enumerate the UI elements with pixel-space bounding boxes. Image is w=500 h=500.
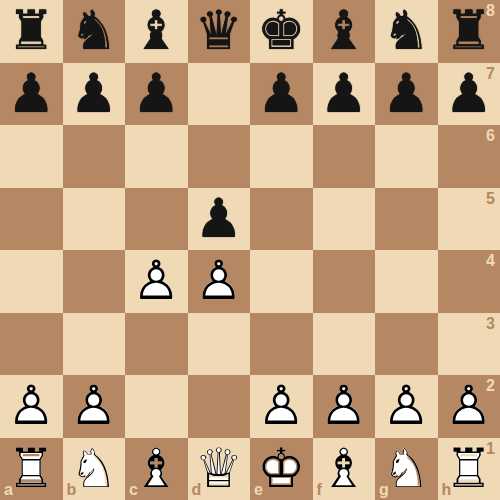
black-pawn-glyph: ♟ — [70, 63, 118, 126]
white-pawn-h2[interactable]: ♟♙ — [438, 375, 500, 438]
rank-label-5: 5 — [486, 191, 495, 207]
white-pawn-a2[interactable]: ♟♙ — [0, 375, 63, 438]
black-pawn-glyph: ♟ — [382, 63, 430, 126]
square-e8[interactable]: ♚ — [250, 0, 313, 63]
chess-board-container: ♜♞♝♛♚♝♞♜8♟♟♟♟♟♟♟76♟5♟♙♟♙43♟♙♟♙♟♙♟♙♟♙♟♙2♜… — [0, 0, 500, 500]
black-pawn-h7[interactable]: ♟ — [438, 63, 500, 126]
black-knight-g8[interactable]: ♞ — [375, 0, 438, 63]
square-c2[interactable] — [125, 375, 188, 438]
black-knight-glyph: ♞ — [70, 0, 118, 63]
square-f5[interactable] — [313, 188, 376, 251]
square-f7[interactable]: ♟ — [313, 63, 376, 126]
square-d2[interactable] — [188, 375, 251, 438]
square-f3[interactable] — [313, 313, 376, 376]
square-d6[interactable] — [188, 125, 251, 188]
square-e4[interactable] — [250, 250, 313, 313]
square-b4[interactable] — [63, 250, 126, 313]
square-a8[interactable]: ♜ — [0, 0, 63, 63]
square-c1[interactable]: ♝♗c — [125, 438, 188, 500]
white-knight-g1[interactable]: ♞♘ — [375, 438, 438, 500]
black-king-glyph: ♚ — [257, 0, 305, 63]
square-g8[interactable]: ♞ — [375, 0, 438, 63]
white-bishop-f1[interactable]: ♝♗ — [313, 438, 376, 500]
square-h6[interactable]: 6 — [438, 125, 500, 188]
white-bishop-outline-glyph: ♗ — [320, 438, 368, 500]
square-e5[interactable] — [250, 188, 313, 251]
black-bishop-glyph: ♝ — [132, 0, 180, 63]
square-f4[interactable] — [313, 250, 376, 313]
square-d8[interactable]: ♛ — [188, 0, 251, 63]
square-g6[interactable] — [375, 125, 438, 188]
white-rook-a1[interactable]: ♜♖ — [0, 438, 63, 500]
square-g2[interactable]: ♟♙ — [375, 375, 438, 438]
rank-label-6: 6 — [486, 128, 495, 144]
black-pawn-glyph: ♟ — [195, 188, 243, 251]
black-pawn-c7[interactable]: ♟ — [125, 63, 188, 126]
square-g3[interactable] — [375, 313, 438, 376]
square-a3[interactable] — [0, 313, 63, 376]
white-pawn-d4[interactable]: ♟♙ — [188, 250, 251, 313]
black-pawn-d5[interactable]: ♟ — [188, 188, 251, 251]
square-e6[interactable] — [250, 125, 313, 188]
white-pawn-outline-glyph: ♙ — [320, 375, 368, 438]
black-pawn-glyph: ♟ — [320, 63, 368, 126]
black-pawn-glyph: ♟ — [445, 63, 493, 126]
white-pawn-c4[interactable]: ♟♙ — [125, 250, 188, 313]
white-rook-outline-glyph: ♖ — [445, 438, 493, 500]
square-h2[interactable]: ♟♙2 — [438, 375, 500, 438]
white-knight-b1[interactable]: ♞♘ — [63, 438, 126, 500]
square-e1[interactable]: ♚♔e — [250, 438, 313, 500]
square-a5[interactable] — [0, 188, 63, 251]
square-e3[interactable] — [250, 313, 313, 376]
white-pawn-outline-glyph: ♙ — [382, 375, 430, 438]
black-knight-glyph: ♞ — [382, 0, 430, 63]
square-b5[interactable] — [63, 188, 126, 251]
square-a6[interactable] — [0, 125, 63, 188]
square-g5[interactable] — [375, 188, 438, 251]
square-c5[interactable] — [125, 188, 188, 251]
square-h1[interactable]: ♜♖1h — [438, 438, 500, 500]
white-pawn-b2[interactable]: ♟♙ — [63, 375, 126, 438]
square-d3[interactable] — [188, 313, 251, 376]
white-bishop-outline-glyph: ♗ — [132, 438, 180, 500]
white-pawn-e2[interactable]: ♟♙ — [250, 375, 313, 438]
white-pawn-f2[interactable]: ♟♙ — [313, 375, 376, 438]
white-knight-outline-glyph: ♘ — [382, 438, 430, 500]
white-pawn-g2[interactable]: ♟♙ — [375, 375, 438, 438]
square-d7[interactable] — [188, 63, 251, 126]
black-pawn-glyph: ♟ — [257, 63, 305, 126]
square-a4[interactable] — [0, 250, 63, 313]
white-pawn-outline-glyph: ♙ — [132, 250, 180, 313]
square-a2[interactable]: ♟♙ — [0, 375, 63, 438]
black-pawn-b7[interactable]: ♟ — [63, 63, 126, 126]
black-pawn-g7[interactable]: ♟ — [375, 63, 438, 126]
rank-label-4: 4 — [486, 253, 495, 269]
square-h8[interactable]: ♜8 — [438, 0, 500, 63]
square-e2[interactable]: ♟♙ — [250, 375, 313, 438]
white-king-e1[interactable]: ♚♔ — [250, 438, 313, 500]
square-c6[interactable] — [125, 125, 188, 188]
chess-board: ♜♞♝♛♚♝♞♜8♟♟♟♟♟♟♟76♟5♟♙♟♙43♟♙♟♙♟♙♟♙♟♙♟♙2♜… — [0, 0, 500, 500]
square-h3[interactable]: 3 — [438, 313, 500, 376]
black-knight-b8[interactable]: ♞ — [63, 0, 126, 63]
square-h5[interactable]: 5 — [438, 188, 500, 251]
white-queen-d1[interactable]: ♛♕ — [188, 438, 251, 500]
square-b3[interactable] — [63, 313, 126, 376]
square-d5[interactable]: ♟ — [188, 188, 251, 251]
white-rook-h1[interactable]: ♜♖ — [438, 438, 500, 500]
rank-label-3: 3 — [486, 316, 495, 332]
black-pawn-glyph: ♟ — [132, 63, 180, 126]
black-pawn-glyph: ♟ — [7, 63, 55, 126]
white-pawn-outline-glyph: ♙ — [445, 375, 493, 438]
square-c7[interactable]: ♟ — [125, 63, 188, 126]
square-a7[interactable]: ♟ — [0, 63, 63, 126]
white-bishop-c1[interactable]: ♝♗ — [125, 438, 188, 500]
square-h7[interactable]: ♟7 — [438, 63, 500, 126]
black-bishop-c8[interactable]: ♝ — [125, 0, 188, 63]
black-queen-d8[interactable]: ♛ — [188, 0, 251, 63]
black-pawn-a7[interactable]: ♟ — [0, 63, 63, 126]
black-rook-glyph: ♜ — [445, 0, 493, 63]
black-rook-glyph: ♜ — [7, 0, 55, 63]
square-b8[interactable]: ♞ — [63, 0, 126, 63]
black-bishop-f8[interactable]: ♝ — [313, 0, 376, 63]
square-d4[interactable]: ♟♙ — [188, 250, 251, 313]
white-pawn-outline-glyph: ♙ — [195, 250, 243, 313]
square-b7[interactable]: ♟ — [63, 63, 126, 126]
square-f2[interactable]: ♟♙ — [313, 375, 376, 438]
square-f8[interactable]: ♝ — [313, 0, 376, 63]
square-f1[interactable]: ♝♗f — [313, 438, 376, 500]
square-g7[interactable]: ♟ — [375, 63, 438, 126]
white-knight-outline-glyph: ♘ — [70, 438, 118, 500]
black-king-e8[interactable]: ♚ — [250, 0, 313, 63]
square-c8[interactable]: ♝ — [125, 0, 188, 63]
square-e7[interactable]: ♟ — [250, 63, 313, 126]
square-c3[interactable] — [125, 313, 188, 376]
black-queen-glyph: ♛ — [195, 0, 243, 63]
white-queen-outline-glyph: ♕ — [195, 438, 243, 500]
black-pawn-f7[interactable]: ♟ — [313, 63, 376, 126]
square-g1[interactable]: ♞♘g — [375, 438, 438, 500]
square-g4[interactable] — [375, 250, 438, 313]
square-b6[interactable] — [63, 125, 126, 188]
square-a1[interactable]: ♜♖a — [0, 438, 63, 500]
square-b1[interactable]: ♞♘b — [63, 438, 126, 500]
square-d1[interactable]: ♛♕d — [188, 438, 251, 500]
square-h4[interactable]: 4 — [438, 250, 500, 313]
white-pawn-outline-glyph: ♙ — [70, 375, 118, 438]
black-rook-a8[interactable]: ♜ — [0, 0, 63, 63]
square-c4[interactable]: ♟♙ — [125, 250, 188, 313]
black-rook-h8[interactable]: ♜ — [438, 0, 500, 63]
white-pawn-outline-glyph: ♙ — [7, 375, 55, 438]
black-pawn-e7[interactable]: ♟ — [250, 63, 313, 126]
white-king-outline-glyph: ♔ — [257, 438, 305, 500]
square-b2[interactable]: ♟♙ — [63, 375, 126, 438]
white-pawn-outline-glyph: ♙ — [257, 375, 305, 438]
square-f6[interactable] — [313, 125, 376, 188]
black-bishop-glyph: ♝ — [320, 0, 368, 63]
white-rook-outline-glyph: ♖ — [7, 438, 55, 500]
